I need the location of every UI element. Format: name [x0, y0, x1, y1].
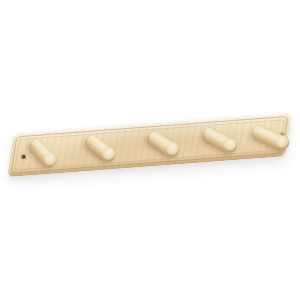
- peg-rack: [14, 113, 295, 177]
- rack-board: [7, 113, 292, 178]
- product-photo-background: [0, 0, 300, 300]
